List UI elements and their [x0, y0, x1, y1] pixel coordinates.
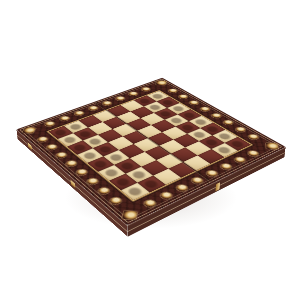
brass-medallion	[205, 169, 219, 177]
brass-medallion	[234, 156, 248, 163]
brass-medallion	[175, 184, 189, 193]
corner-rosette	[266, 143, 278, 150]
brass-medallion	[108, 196, 123, 205]
perspective-scene: ♜♞♝♛♚♝♞♜♟♟♟♟♟♟♟♟♟♟♟♟♟♟♟♟♜♞♝♛♚♝♞♜	[0, 0, 300, 300]
brass-medallion	[64, 160, 77, 168]
brass-medallion	[143, 199, 158, 208]
brass-medallion	[247, 150, 260, 157]
brass-medallion	[115, 96, 126, 101]
brass-latch	[215, 182, 220, 191]
brass-medallion	[159, 191, 174, 200]
chessboard: ♜♞♝♛♚♝♞♜♟♟♟♟♟♟♟♟♟♟♟♟♟♟♟♟♜♞♝♛♚♝♞♜	[16, 78, 286, 226]
square-g6	[185, 141, 211, 155]
brass-hinge	[28, 142, 32, 150]
corner-rosette	[22, 127, 36, 133]
piece-black-pawn: ♟	[214, 125, 234, 152]
corner-rosette	[122, 211, 137, 220]
brass-medallion	[36, 136, 48, 143]
piece-white-rook: ♜	[121, 156, 149, 194]
brass-medallion	[85, 177, 99, 185]
brass-medallion	[75, 168, 89, 176]
brass-latch	[70, 179, 75, 188]
brass-medallion	[96, 186, 110, 195]
brass-medallion	[220, 163, 234, 171]
product-photo: ♜♞♝♛♚♝♞♜♟♟♟♟♟♟♟♟♟♟♟♟♟♟♟♟♜♞♝♛♚♝♞♜	[0, 0, 300, 300]
brass-medallion	[55, 151, 68, 158]
brass-medallion	[45, 144, 58, 151]
